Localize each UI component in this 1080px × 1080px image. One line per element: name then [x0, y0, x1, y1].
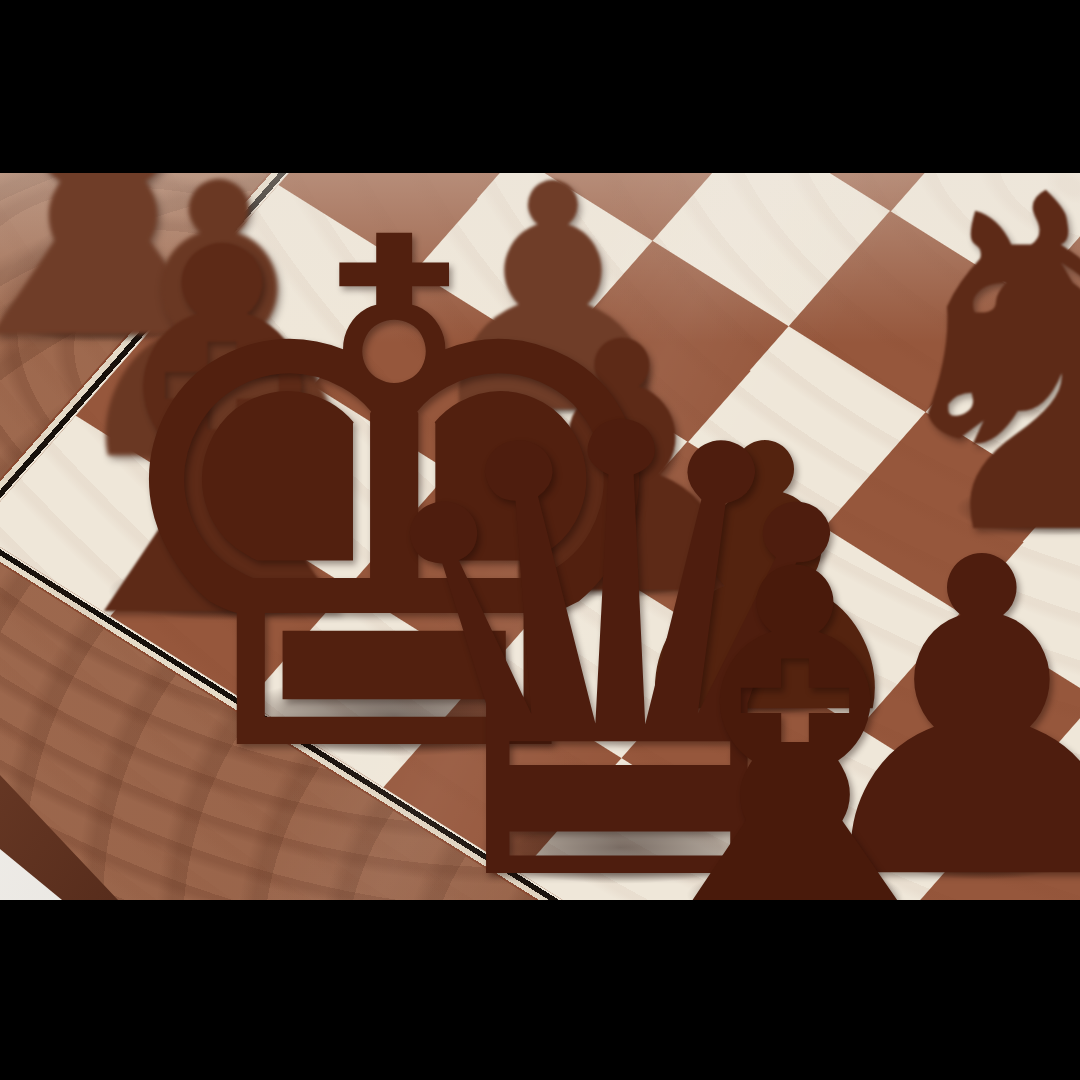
photo-frame: ♝ ♟ ♟ ♞ ♟ ♝ ♟ ♚ [0, 0, 1080, 1080]
board-photo: ♝ ♟ ♟ ♞ ♟ ♝ ♟ ♚ [0, 173, 1080, 900]
letterbox-bottom [0, 900, 1080, 1080]
letterbox-top [0, 0, 1080, 173]
bishop-glyph: ♝ [580, 509, 1010, 900]
piece-bishop-e1: ♝ [795, 509, 1080, 900]
